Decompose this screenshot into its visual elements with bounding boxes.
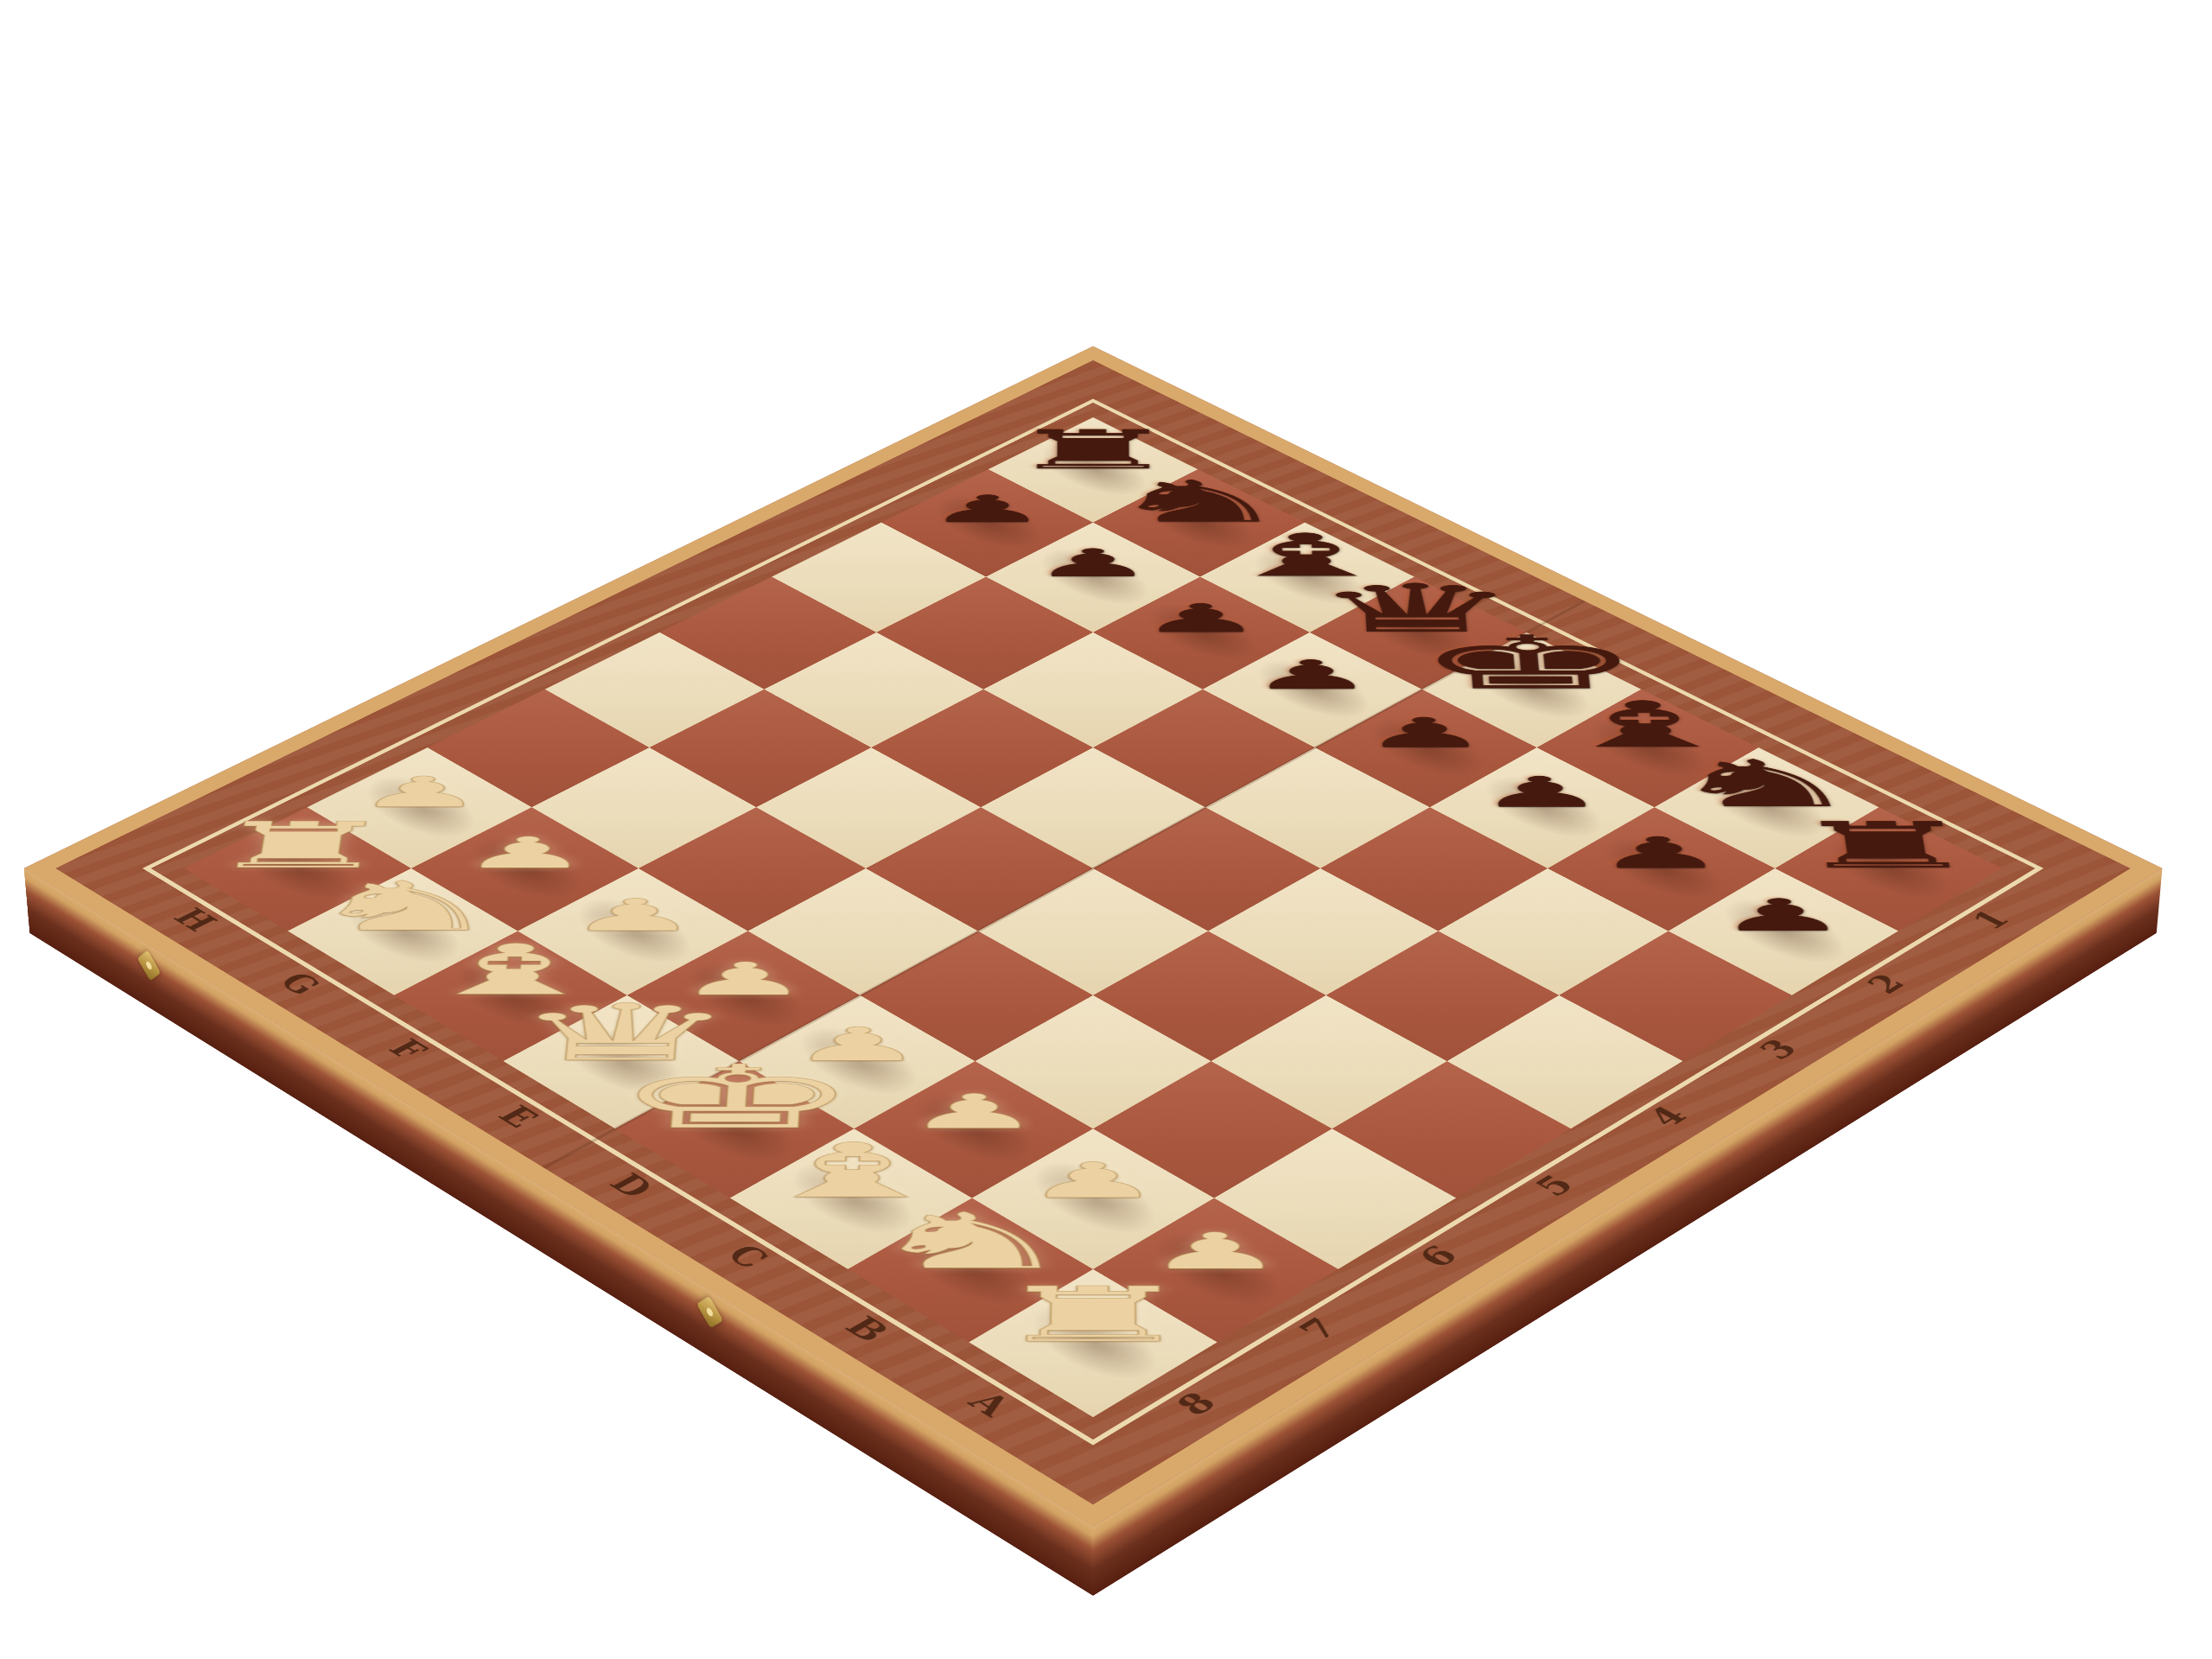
piece-black-pawn-f7: ♟ [1474,771,1608,813]
piece-black-rook-h8: ♜ [1784,814,1987,877]
file-label: C [718,1239,778,1274]
piece-white-pawn-a2: ♟ [353,771,489,813]
chess-board: H1G2F3E4D5C6B7A8 ♜♞♟♝♟♛♟♚♟♝♟♞♟♟♜♟♟♜♟♟♞♟♝… [24,346,2163,1527]
piece-black-knight-g8: ♞ [1660,752,1868,817]
file-label: E [489,1100,547,1133]
file-label: A [960,1385,1020,1421]
rank-label: 8 [1167,1386,1225,1421]
piece-black-pawn-b7: ♟ [1031,543,1155,582]
piece-black-pawn-d7: ♟ [1248,655,1376,696]
rank-label: 4 [1640,1101,1696,1132]
piece-black-pawn-a7: ♟ [925,490,1049,528]
file-label: B [836,1311,899,1348]
caption: Hand-carved wooden folding chess set, op… [0,0,1,1]
piece-black-pawn-c7: ♟ [1138,599,1264,639]
file-label: F [380,1033,436,1065]
rank-label: 2 [1859,969,1914,999]
rank-label: 3 [1751,1034,1806,1065]
rank-label: 5 [1526,1169,1582,1201]
brass-clasp-icon [696,1296,723,1328]
rank-label: 6 [1409,1240,1466,1273]
rank-label: 1 [1963,905,2018,934]
rank-label: 7 [1290,1312,1348,1345]
file-label: G [270,968,329,1001]
file-label: D [601,1168,662,1204]
piece-black-pawn-g7: ♟ [1592,831,1728,874]
product-photo-scene: Hand-carved wooden folding chess set, op… [0,0,2212,1659]
file-label: H [165,903,226,936]
piece-black-pawn-e7: ♟ [1360,712,1491,753]
board-surface: H1G2F3E4D5C6B7A8 ♜♞♟♝♟♛♟♚♟♝♟♞♟♟♜♟♟♜♟♟♞♟♝… [24,346,2163,1527]
brass-clasp-icon [137,950,161,982]
